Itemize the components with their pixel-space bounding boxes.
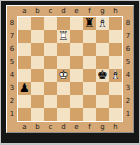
- square-c4[interactable]: [44, 69, 57, 82]
- square-b6[interactable]: [31, 43, 44, 56]
- file-labels-top: abcdefgh: [18, 6, 122, 16]
- square-a5[interactable]: [18, 56, 31, 69]
- rank-label-6: 6: [7, 43, 17, 56]
- square-d3[interactable]: [57, 82, 70, 95]
- square-e1[interactable]: [70, 108, 83, 121]
- square-b7[interactable]: [31, 30, 44, 43]
- file-label-g: g: [96, 122, 109, 132]
- rank-label-1: 1: [7, 108, 17, 121]
- square-b5[interactable]: [31, 56, 44, 69]
- piece-glyph: ♟: [18, 82, 31, 95]
- square-h7[interactable]: [109, 30, 122, 43]
- file-label-b: b: [31, 122, 44, 132]
- piece-glyph: ♔: [57, 69, 70, 82]
- chess-board: ♜♝♗♜♖♚♔♚♝♗♟: [18, 17, 122, 121]
- square-h3[interactable]: [109, 82, 122, 95]
- square-a6[interactable]: [18, 43, 31, 56]
- square-b4[interactable]: [31, 69, 44, 82]
- square-c1[interactable]: [44, 108, 57, 121]
- square-e5[interactable]: [70, 56, 83, 69]
- square-f2[interactable]: [83, 95, 96, 108]
- square-d2[interactable]: [57, 95, 70, 108]
- square-b2[interactable]: [31, 95, 44, 108]
- square-g7[interactable]: [96, 30, 109, 43]
- square-g4[interactable]: ♚: [96, 69, 109, 82]
- square-e8[interactable]: [70, 17, 83, 30]
- square-f6[interactable]: [83, 43, 96, 56]
- square-h2[interactable]: [109, 95, 122, 108]
- piece-white-king[interactable]: ♚♔: [57, 69, 70, 82]
- rank-label-8: 8: [123, 17, 133, 30]
- square-d4[interactable]: ♚♔: [57, 69, 70, 82]
- square-e6[interactable]: [70, 43, 83, 56]
- file-label-e: e: [70, 6, 83, 16]
- square-f8[interactable]: ♜: [83, 17, 96, 30]
- square-c3[interactable]: [44, 82, 57, 95]
- square-a3[interactable]: ♟: [18, 82, 31, 95]
- rank-label-4: 4: [7, 69, 17, 82]
- rank-label-2: 2: [7, 95, 17, 108]
- square-f3[interactable]: [83, 82, 96, 95]
- board-coordinate-frame: abcdefgh abcdefgh 87654321 87654321 ♜♝♗♜…: [6, 5, 134, 133]
- file-label-f: f: [83, 6, 96, 16]
- rank-label-3: 3: [123, 82, 133, 95]
- square-g2[interactable]: [96, 95, 109, 108]
- square-f5[interactable]: [83, 56, 96, 69]
- square-g6[interactable]: [96, 43, 109, 56]
- file-label-h: h: [109, 6, 122, 16]
- square-c7[interactable]: [44, 30, 57, 43]
- file-label-g: g: [96, 6, 109, 16]
- square-d6[interactable]: [57, 43, 70, 56]
- piece-black-pawn[interactable]: ♟: [18, 82, 31, 95]
- square-c8[interactable]: [44, 17, 57, 30]
- chess-window: abcdefgh abcdefgh 87654321 87654321 ♜♝♗♜…: [0, 0, 140, 145]
- file-label-c: c: [44, 6, 57, 16]
- file-label-h: h: [109, 122, 122, 132]
- piece-black-rook[interactable]: ♜: [83, 17, 96, 30]
- piece-glyph: ♖: [57, 30, 70, 43]
- file-label-d: d: [57, 6, 70, 16]
- piece-black-king[interactable]: ♚: [96, 69, 109, 82]
- rank-label-4: 4: [123, 69, 133, 82]
- rank-label-1: 1: [123, 108, 133, 121]
- file-label-c: c: [44, 122, 57, 132]
- square-b1[interactable]: [31, 108, 44, 121]
- square-f4[interactable]: [83, 69, 96, 82]
- square-c5[interactable]: [44, 56, 57, 69]
- file-label-a: a: [18, 122, 31, 132]
- file-label-e: e: [70, 122, 83, 132]
- square-e4[interactable]: [70, 69, 83, 82]
- rank-label-2: 2: [123, 95, 133, 108]
- file-label-f: f: [83, 122, 96, 132]
- square-f7[interactable]: [83, 30, 96, 43]
- piece-glyph: ♗: [96, 17, 109, 30]
- piece-white-rook[interactable]: ♜♖: [57, 30, 70, 43]
- rank-label-8: 8: [7, 17, 17, 30]
- square-h4[interactable]: ♝♗: [109, 69, 122, 82]
- square-c6[interactable]: [44, 43, 57, 56]
- square-f1[interactable]: [83, 108, 96, 121]
- piece-glyph: ♗: [109, 69, 122, 82]
- piece-white-bishop[interactable]: ♝♗: [109, 69, 122, 82]
- file-label-d: d: [57, 122, 70, 132]
- square-d7[interactable]: ♜♖: [57, 30, 70, 43]
- file-label-b: b: [31, 6, 44, 16]
- square-a7[interactable]: [18, 30, 31, 43]
- rank-labels-right: 87654321: [123, 17, 133, 121]
- square-h8[interactable]: [109, 17, 122, 30]
- piece-glyph: ♜: [83, 17, 96, 30]
- square-g8[interactable]: ♝♗: [96, 17, 109, 30]
- rank-label-5: 5: [123, 56, 133, 69]
- file-label-a: a: [18, 6, 31, 16]
- square-e3[interactable]: [70, 82, 83, 95]
- square-h6[interactable]: [109, 43, 122, 56]
- rank-label-3: 3: [7, 82, 17, 95]
- rank-labels-left: 87654321: [7, 17, 17, 121]
- square-a8[interactable]: [18, 17, 31, 30]
- square-a1[interactable]: [18, 108, 31, 121]
- square-e7[interactable]: [70, 30, 83, 43]
- square-g3[interactable]: [96, 82, 109, 95]
- square-c2[interactable]: [44, 95, 57, 108]
- square-a2[interactable]: [18, 95, 31, 108]
- rank-label-6: 6: [123, 43, 133, 56]
- piece-white-bishop[interactable]: ♝♗: [96, 17, 109, 30]
- square-d1[interactable]: [57, 108, 70, 121]
- square-g1[interactable]: [96, 108, 109, 121]
- file-labels-bottom: abcdefgh: [18, 122, 122, 132]
- square-e2[interactable]: [70, 95, 83, 108]
- rank-label-7: 7: [123, 30, 133, 43]
- board-plate: ♜♝♗♜♖♚♔♚♝♗♟: [17, 16, 123, 122]
- square-h1[interactable]: [109, 108, 122, 121]
- square-b8[interactable]: [31, 17, 44, 30]
- rank-label-5: 5: [7, 56, 17, 69]
- rank-label-7: 7: [7, 30, 17, 43]
- piece-glyph: ♚: [96, 69, 109, 82]
- square-b3[interactable]: [31, 82, 44, 95]
